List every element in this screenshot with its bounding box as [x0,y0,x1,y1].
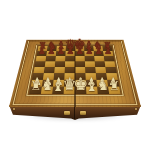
corner-pin-right [135,108,137,110]
square-d1 [64,87,75,94]
square-f2 [86,80,97,87]
chess-set-photo: ♜♞♝♛♚♝♞♜♟♟♟♟♟♟♟♟♟♟♟♟♟♟♟♟♜♞♝♛♚♝♞♜ [0,0,150,150]
corner-pin-left [13,108,15,110]
square-b2 [42,80,54,87]
square-f1 [86,87,98,94]
square-h2 [107,80,119,87]
square-e1 [75,87,86,94]
chess-board [9,40,141,107]
square-e2 [75,80,86,87]
square-c1 [52,87,64,94]
fold-seam [74,40,76,107]
box-edge-seam [74,105,75,119]
square-c2 [53,80,64,87]
square-h1 [108,87,120,94]
hinge-right [80,111,86,115]
hinge-left [64,111,70,115]
square-b1 [41,87,53,94]
